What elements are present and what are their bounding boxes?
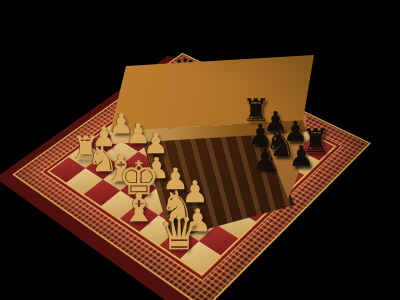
- piece-white-bishop-e1[interactable]: ♝: [122, 189, 157, 228]
- piece-white-queen-g1[interactable]: ♛: [158, 210, 199, 256]
- chess-photo-scene: ♜♞♝♚♝♞♛♟♟♟♟♟♟♟♟♛♚♝♞♜♟♟♜♟♞♟♟: [0, 0, 400, 300]
- piece-black-pawn-h7[interactable]: ♟: [288, 141, 314, 170]
- board-perspective-wrapper: [0, 0, 400, 300]
- piece-black-pawn-g6[interactable]: ♟: [252, 145, 278, 174]
